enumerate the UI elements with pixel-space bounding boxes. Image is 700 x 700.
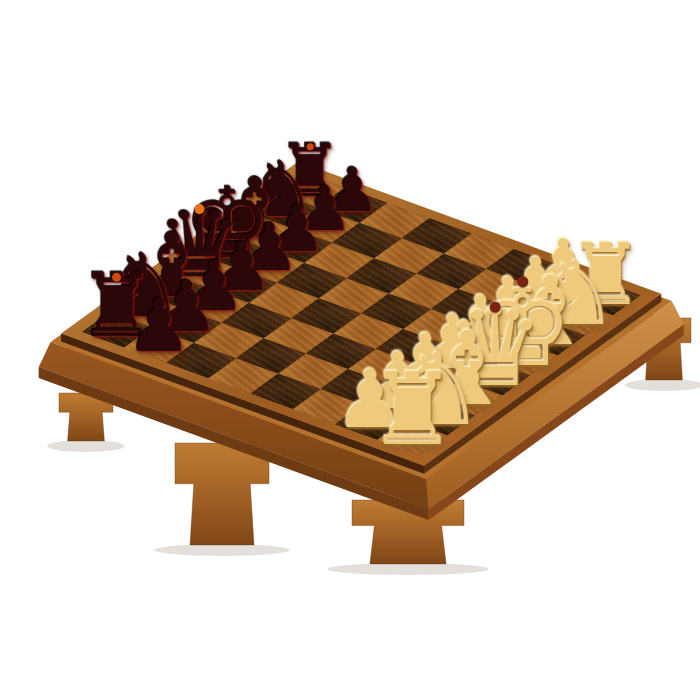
foot-shadow [47, 440, 125, 452]
foot-shadow [154, 544, 289, 556]
foot-shadow [327, 563, 488, 575]
foot-shadow [625, 379, 700, 391]
chess-set-photo-stage: ♜♞♝♛♚♝♞♜♟♟♟♟♟♟♟♟♟♟♟♟♟♟♟♟♜♞♝♛♚♝♞♜ [0, 0, 700, 700]
foot-front [175, 443, 269, 545]
